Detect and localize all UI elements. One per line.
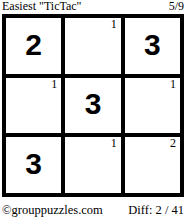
cell-r2c1[interactable]: 1 bbox=[65, 137, 120, 193]
copyright-text: ©grouppuzzles.com bbox=[2, 203, 103, 217]
cell-r1c1[interactable]: 3 bbox=[65, 78, 120, 134]
corner-clue: 2 bbox=[170, 137, 176, 150]
difficulty-text: Diff: 2 / 41 bbox=[128, 203, 184, 217]
puzzle-header: Easiest "TicTac" 5/9 bbox=[2, 0, 184, 14]
corner-clue: 1 bbox=[111, 18, 117, 31]
cell-r1c2[interactable]: 1 bbox=[125, 78, 180, 134]
cell-value: 2 bbox=[25, 30, 42, 60]
cell-r2c2[interactable]: 2 bbox=[125, 137, 180, 193]
cell-value: 3 bbox=[25, 149, 42, 179]
cell-r2c0[interactable]: 3 bbox=[6, 137, 61, 193]
corner-clue: 1 bbox=[51, 78, 57, 91]
cell-r1c0[interactable]: 1 bbox=[6, 78, 61, 134]
tictac-board: 2 1 3 1 3 1 3 1 bbox=[2, 14, 184, 197]
puzzle-title: Easiest "TicTac" bbox=[2, 0, 82, 13]
cell-value: 3 bbox=[144, 30, 161, 60]
cell-r0c1[interactable]: 1 bbox=[65, 18, 120, 74]
corner-clue: 1 bbox=[111, 137, 117, 150]
puzzle-progress: 5/9 bbox=[169, 0, 184, 13]
puzzle-footer: ©grouppuzzles.com Diff: 2 / 41 bbox=[2, 203, 184, 217]
cell-r0c2[interactable]: 3 bbox=[125, 18, 180, 74]
corner-clue: 1 bbox=[170, 78, 176, 91]
cell-value: 3 bbox=[85, 89, 102, 119]
tictac-puzzle-page: Easiest "TicTac" 5/9 2 1 3 1 3 1 3 bbox=[0, 0, 186, 221]
cell-r0c0[interactable]: 2 bbox=[6, 18, 61, 74]
